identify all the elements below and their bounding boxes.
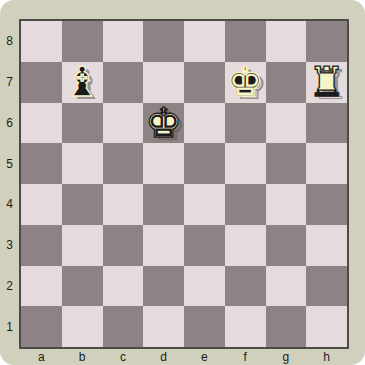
rank-label-8: 8 (0, 21, 19, 62)
square-f8[interactable] (225, 21, 266, 62)
rank-label-1: 1 (0, 306, 19, 347)
square-g1[interactable] (266, 306, 307, 347)
square-e2[interactable] (184, 266, 225, 307)
square-a7[interactable] (21, 62, 62, 103)
square-c6[interactable] (103, 103, 144, 144)
square-a5[interactable] (21, 143, 62, 184)
square-b3[interactable] (62, 225, 103, 266)
square-h3[interactable] (306, 225, 347, 266)
square-g5[interactable] (266, 143, 307, 184)
square-f6[interactable] (225, 103, 266, 144)
square-d5[interactable] (143, 143, 184, 184)
square-d4[interactable] (143, 184, 184, 225)
rank-label-4: 4 (0, 184, 19, 225)
square-f3[interactable] (225, 225, 266, 266)
square-d8[interactable] (143, 21, 184, 62)
square-h8[interactable] (306, 21, 347, 62)
file-label-f: f (225, 349, 266, 365)
square-f5[interactable] (225, 143, 266, 184)
square-b2[interactable] (62, 266, 103, 307)
square-a3[interactable] (21, 225, 62, 266)
black-bishop-b7[interactable]: ♝ (64, 62, 101, 102)
file-label-b: b (62, 349, 103, 365)
square-c5[interactable] (103, 143, 144, 184)
square-d2[interactable] (143, 266, 184, 307)
square-h7[interactable]: ♜ (306, 62, 347, 103)
square-c1[interactable] (103, 306, 144, 347)
square-e6[interactable] (184, 103, 225, 144)
square-h5[interactable] (306, 143, 347, 184)
square-g8[interactable] (266, 21, 307, 62)
file-label-e: e (184, 349, 225, 365)
square-e5[interactable] (184, 143, 225, 184)
square-e4[interactable] (184, 184, 225, 225)
square-e3[interactable] (184, 225, 225, 266)
file-label-a: a (21, 349, 62, 365)
rank-label-7: 7 (0, 62, 19, 103)
chess-board-panel: 87654321 ♝♚♜♚ abcdefgh (0, 0, 365, 365)
black-king-f7[interactable]: ♚ (227, 62, 264, 102)
square-a6[interactable] (21, 103, 62, 144)
square-a2[interactable] (21, 266, 62, 307)
file-label-g: g (266, 349, 307, 365)
rank-label-3: 3 (0, 225, 19, 266)
file-label-d: d (143, 349, 184, 365)
square-c2[interactable] (103, 266, 144, 307)
square-b6[interactable] (62, 103, 103, 144)
square-b1[interactable] (62, 306, 103, 347)
page-background: 87654321 ♝♚♜♚ abcdefgh (0, 0, 365, 365)
square-g3[interactable] (266, 225, 307, 266)
square-e1[interactable] (184, 306, 225, 347)
square-h1[interactable] (306, 306, 347, 347)
file-labels: abcdefgh (21, 349, 347, 365)
square-f4[interactable] (225, 184, 266, 225)
square-g6[interactable] (266, 103, 307, 144)
square-g2[interactable] (266, 266, 307, 307)
file-label-c: c (103, 349, 144, 365)
square-g4[interactable] (266, 184, 307, 225)
square-c7[interactable] (103, 62, 144, 103)
square-f1[interactable] (225, 306, 266, 347)
square-f2[interactable] (225, 266, 266, 307)
square-b5[interactable] (62, 143, 103, 184)
square-h4[interactable] (306, 184, 347, 225)
square-c8[interactable] (103, 21, 144, 62)
square-d6[interactable]: ♚ (143, 103, 184, 144)
chess-board[interactable]: ♝♚♜♚ (19, 19, 349, 349)
rank-label-2: 2 (0, 266, 19, 307)
square-b8[interactable] (62, 21, 103, 62)
rank-label-6: 6 (0, 103, 19, 144)
square-e7[interactable] (184, 62, 225, 103)
rank-label-5: 5 (0, 143, 19, 184)
square-a8[interactable] (21, 21, 62, 62)
square-c3[interactable] (103, 225, 144, 266)
file-label-h: h (306, 349, 347, 365)
square-d1[interactable] (143, 306, 184, 347)
square-e8[interactable] (184, 21, 225, 62)
square-a4[interactable] (21, 184, 62, 225)
square-b7[interactable]: ♝ (62, 62, 103, 103)
square-f7[interactable]: ♚ (225, 62, 266, 103)
square-g7[interactable] (266, 62, 307, 103)
square-c4[interactable] (103, 184, 144, 225)
white-king-d6[interactable]: ♚ (145, 103, 182, 143)
square-b4[interactable] (62, 184, 103, 225)
rank-labels: 87654321 (0, 21, 19, 347)
white-rook-h7[interactable]: ♜ (308, 62, 345, 102)
square-h2[interactable] (306, 266, 347, 307)
square-d7[interactable] (143, 62, 184, 103)
square-a1[interactable] (21, 306, 62, 347)
square-d3[interactable] (143, 225, 184, 266)
square-h6[interactable] (306, 103, 347, 144)
